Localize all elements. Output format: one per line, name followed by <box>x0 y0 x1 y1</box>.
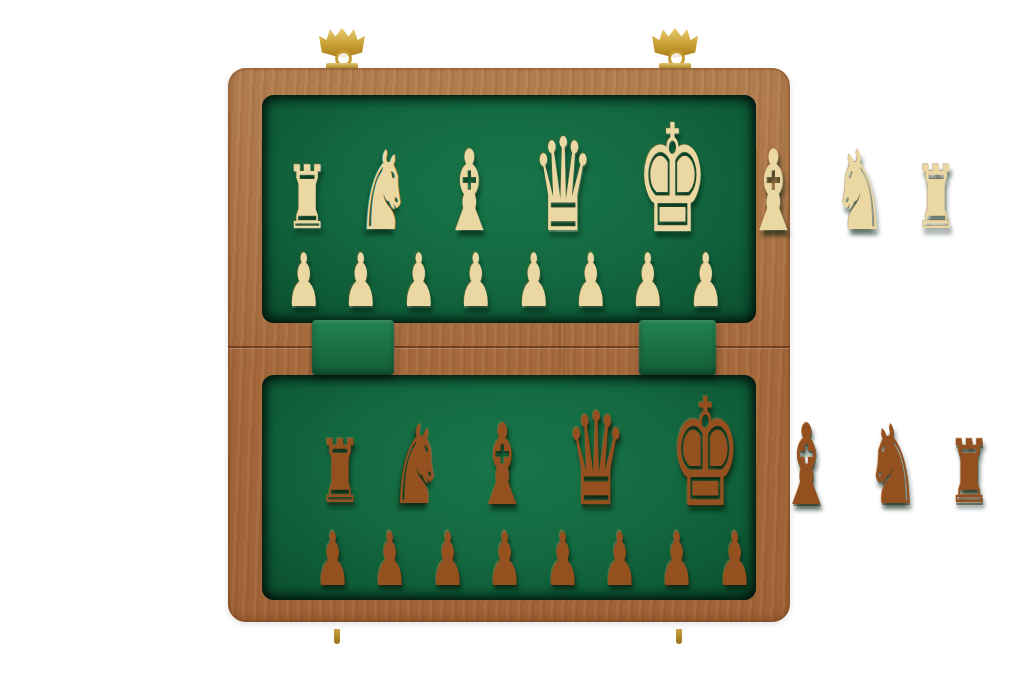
white-pawn[interactable]: ♟ <box>458 244 494 318</box>
black-king[interactable]: ♚ <box>669 379 741 529</box>
white-knight-2[interactable]: ♞ <box>833 137 886 246</box>
white-knight-1[interactable]: ♞ <box>357 137 410 246</box>
hinge-center-joint <box>559 324 561 374</box>
black-bishop-2[interactable]: ♝ <box>780 409 834 521</box>
white-rook-1[interactable]: ♜ <box>286 155 328 242</box>
black-pawn[interactable]: ♟ <box>659 522 695 596</box>
velvet-strap-right <box>639 320 716 375</box>
black-pawn[interactable]: ♟ <box>717 522 753 596</box>
white-pawn[interactable]: ♟ <box>401 244 437 318</box>
velvet-strap-left <box>312 320 394 375</box>
black-bishop-1[interactable]: ♝ <box>476 409 530 521</box>
black-knight-1[interactable]: ♞ <box>390 411 443 520</box>
hinge-pin-icon <box>676 629 682 644</box>
hinge-pin-icon <box>334 629 340 644</box>
black-pawn[interactable]: ♟ <box>372 522 408 596</box>
black-pawn[interactable]: ♟ <box>315 522 351 596</box>
black-rook-1[interactable]: ♜ <box>319 429 361 516</box>
white-rook-2[interactable]: ♜ <box>915 155 957 242</box>
white-bishop-1[interactable]: ♝ <box>443 135 497 247</box>
white-queen[interactable]: ♛ <box>532 121 594 250</box>
white-pawn[interactable]: ♟ <box>286 244 322 318</box>
shell-clasp-right <box>651 28 699 70</box>
white-pawn[interactable]: ♟ <box>688 244 724 318</box>
black-pawn[interactable]: ♟ <box>487 522 523 596</box>
white-bishop-2[interactable]: ♝ <box>747 135 801 247</box>
chess-box: ♜ ♞ ♝ ♛ ♚ ♝ ♞ ♜ ♟ ♟ ♟ ♟ ♟ ♟ ♟ ♟ ♜ ♞ ♝ ♛ … <box>228 68 790 622</box>
black-pawn[interactable]: ♟ <box>430 522 466 596</box>
black-knight-2[interactable]: ♞ <box>866 411 919 520</box>
photo-canvas: ♜ ♞ ♝ ♛ ♚ ♝ ♞ ♜ ♟ ♟ ♟ ♟ ♟ ♟ ♟ ♟ ♜ ♞ ♝ ♛ … <box>0 0 1024 679</box>
white-pawn[interactable]: ♟ <box>343 244 379 318</box>
white-pawn[interactable]: ♟ <box>630 244 666 318</box>
black-rook-2[interactable]: ♜ <box>948 429 990 516</box>
black-queen[interactable]: ♛ <box>565 395 627 524</box>
black-pawn[interactable]: ♟ <box>544 522 580 596</box>
white-pawn[interactable]: ♟ <box>515 244 551 318</box>
white-king[interactable]: ♚ <box>636 105 708 255</box>
white-pawn[interactable]: ♟ <box>573 244 609 318</box>
shell-clasp-left <box>318 28 366 70</box>
black-pawn[interactable]: ♟ <box>602 522 638 596</box>
